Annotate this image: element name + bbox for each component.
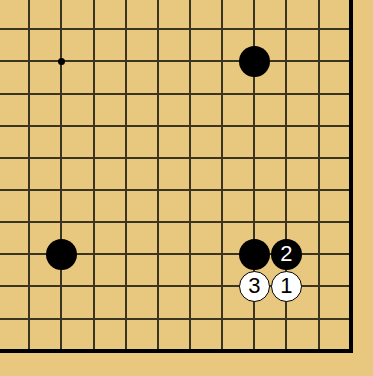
grid-line-vertical [60, 0, 62, 353]
move-number-label: 3 [248, 275, 260, 297]
white-stone-r3[interactable]: 1 [271, 271, 302, 302]
black-stone-q4[interactable] [239, 239, 270, 270]
grid-line-vertical [157, 0, 159, 353]
move-number-label: 2 [280, 243, 292, 265]
star-point-k10 [58, 58, 65, 65]
grid-line-vertical [28, 0, 30, 353]
black-stone-k4[interactable] [46, 239, 77, 270]
grid-line-vertical [125, 0, 127, 353]
board-right-edge [349, 0, 353, 353]
go-board[interactable]: 213 [0, 0, 373, 376]
grid-line-vertical [318, 0, 320, 353]
grid-line-vertical [189, 0, 191, 353]
grid-line-horizontal [0, 125, 353, 127]
board-bottom-edge [0, 349, 353, 353]
grid-line-horizontal [0, 221, 353, 223]
go-diagram: 213 [0, 0, 373, 376]
white-stone-q3[interactable]: 3 [239, 271, 270, 302]
grid-line-horizontal [0, 318, 353, 320]
grid-line-horizontal [0, 189, 353, 191]
grid-line-horizontal [0, 28, 353, 30]
grid-line-horizontal [0, 93, 353, 95]
grid-line-vertical [221, 0, 223, 353]
grid-line-horizontal [0, 157, 353, 159]
move-number-label: 1 [280, 275, 292, 297]
grid-line-horizontal [0, 60, 353, 62]
black-stone-r4[interactable]: 2 [271, 239, 302, 270]
grid-line-vertical [93, 0, 95, 353]
black-stone-q10[interactable] [239, 46, 270, 77]
